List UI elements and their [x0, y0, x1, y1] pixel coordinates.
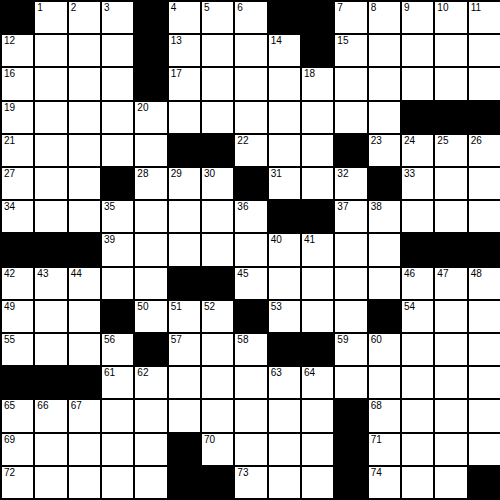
- letter-cell[interactable]: 23: [369, 135, 400, 166]
- letter-cell[interactable]: [435, 400, 466, 431]
- clue-number: 40: [271, 234, 282, 245]
- letter-cell[interactable]: 74: [369, 467, 400, 498]
- clue-number: 1: [37, 2, 43, 13]
- letter-cell[interactable]: [202, 234, 233, 265]
- letter-cell[interactable]: [35, 301, 66, 332]
- blocked-cell: [235, 168, 266, 199]
- clue-number: 60: [371, 334, 382, 345]
- letter-cell[interactable]: 8: [369, 2, 400, 33]
- letter-cell[interactable]: [235, 400, 266, 431]
- letter-cell[interactable]: [369, 234, 400, 265]
- blocked-cell: [135, 35, 166, 66]
- clue-number: 13: [171, 35, 182, 46]
- blocked-cell: [435, 102, 466, 133]
- letter-cell[interactable]: 35: [102, 201, 133, 232]
- letter-cell[interactable]: 27: [2, 168, 33, 199]
- letter-cell[interactable]: [369, 35, 400, 66]
- clue-number: 49: [4, 301, 15, 312]
- letter-cell[interactable]: [235, 35, 266, 66]
- letter-cell[interactable]: [402, 434, 433, 465]
- letter-cell[interactable]: [269, 68, 300, 99]
- clue-number: 38: [371, 201, 382, 212]
- letter-cell[interactable]: [469, 68, 500, 99]
- clue-number: 48: [471, 268, 482, 279]
- clue-number: 70: [204, 434, 215, 445]
- letter-cell[interactable]: 33: [402, 168, 433, 199]
- letter-cell[interactable]: 44: [69, 268, 100, 299]
- letter-cell[interactable]: [335, 234, 366, 265]
- letter-cell[interactable]: 63: [269, 367, 300, 398]
- blocked-cell: [202, 268, 233, 299]
- blocked-cell: [69, 234, 100, 265]
- letter-cell[interactable]: [402, 35, 433, 66]
- letter-cell[interactable]: [335, 68, 366, 99]
- letter-cell[interactable]: 4: [169, 2, 200, 33]
- blocked-cell: [2, 367, 33, 398]
- letter-cell[interactable]: [235, 234, 266, 265]
- clue-number: 37: [337, 201, 348, 212]
- letter-cell[interactable]: [269, 434, 300, 465]
- blocked-cell: [302, 2, 333, 33]
- letter-cell[interactable]: 73: [235, 467, 266, 498]
- letter-cell[interactable]: [69, 301, 100, 332]
- clue-number: 34: [4, 201, 15, 212]
- clue-number: 27: [4, 168, 15, 179]
- letter-cell[interactable]: [302, 168, 333, 199]
- letter-cell[interactable]: [202, 367, 233, 398]
- letter-cell[interactable]: [469, 201, 500, 232]
- clue-number: 32: [337, 168, 348, 179]
- letter-cell[interactable]: [202, 201, 233, 232]
- clue-number: 63: [271, 367, 282, 378]
- clue-number: 59: [337, 334, 348, 345]
- letter-cell[interactable]: [435, 201, 466, 232]
- letter-cell[interactable]: 40: [269, 234, 300, 265]
- letter-cell[interactable]: 32: [335, 168, 366, 199]
- blocked-cell: [302, 334, 333, 365]
- letter-cell[interactable]: [135, 135, 166, 166]
- letter-cell[interactable]: [69, 102, 100, 133]
- clue-number: 16: [4, 68, 15, 79]
- clue-number: 7: [337, 2, 343, 13]
- letter-cell[interactable]: [235, 434, 266, 465]
- letter-cell[interactable]: [35, 201, 66, 232]
- letter-cell[interactable]: [135, 467, 166, 498]
- letter-cell[interactable]: 5: [202, 2, 233, 33]
- blocked-cell: [2, 234, 33, 265]
- letter-cell[interactable]: [35, 102, 66, 133]
- letter-cell[interactable]: 30: [202, 168, 233, 199]
- letter-cell[interactable]: [135, 201, 166, 232]
- clue-number: 12: [4, 35, 15, 46]
- letter-cell[interactable]: [35, 434, 66, 465]
- letter-cell[interactable]: [102, 268, 133, 299]
- letter-cell[interactable]: 64: [302, 367, 333, 398]
- letter-cell[interactable]: [402, 201, 433, 232]
- clue-number: 23: [371, 135, 382, 146]
- letter-cell[interactable]: [135, 434, 166, 465]
- blocked-cell: [302, 35, 333, 66]
- letter-cell[interactable]: 56: [102, 334, 133, 365]
- blocked-cell: [2, 2, 33, 33]
- clue-number: 47: [437, 268, 448, 279]
- letter-cell[interactable]: [469, 434, 500, 465]
- letter-cell[interactable]: [69, 35, 100, 66]
- clue-number: 42: [4, 268, 15, 279]
- letter-cell[interactable]: 17: [169, 68, 200, 99]
- clue-number: 15: [337, 35, 348, 46]
- letter-cell[interactable]: [269, 102, 300, 133]
- letter-cell[interactable]: 2: [69, 2, 100, 33]
- clue-number: 35: [104, 201, 115, 212]
- letter-cell[interactable]: [102, 135, 133, 166]
- blocked-cell: [402, 102, 433, 133]
- letter-cell[interactable]: [435, 68, 466, 99]
- letter-cell[interactable]: [435, 168, 466, 199]
- letter-cell[interactable]: [302, 467, 333, 498]
- blocked-cell: [202, 135, 233, 166]
- letter-cell[interactable]: 65: [2, 400, 33, 431]
- blocked-cell: [335, 400, 366, 431]
- letter-cell[interactable]: [169, 201, 200, 232]
- letter-cell[interactable]: 6: [235, 2, 266, 33]
- clue-number: 57: [171, 334, 182, 345]
- letter-cell[interactable]: [369, 367, 400, 398]
- letter-cell[interactable]: 62: [135, 367, 166, 398]
- letter-cell[interactable]: 14: [269, 35, 300, 66]
- clue-number: 21: [4, 135, 15, 146]
- letter-cell[interactable]: [102, 434, 133, 465]
- blocked-cell: [469, 102, 500, 133]
- letter-cell[interactable]: [169, 367, 200, 398]
- letter-cell[interactable]: 29: [169, 168, 200, 199]
- letter-cell[interactable]: [269, 135, 300, 166]
- blocked-cell: [269, 334, 300, 365]
- letter-cell[interactable]: 13: [169, 35, 200, 66]
- letter-cell[interactable]: 9: [402, 2, 433, 33]
- clue-number: 67: [71, 400, 82, 411]
- letter-cell[interactable]: 58: [235, 334, 266, 365]
- letter-cell[interactable]: 59: [335, 334, 366, 365]
- blocked-cell: [135, 334, 166, 365]
- letter-cell[interactable]: [135, 234, 166, 265]
- letter-cell[interactable]: [469, 35, 500, 66]
- blocked-cell: [469, 467, 500, 498]
- clue-number: 65: [4, 400, 15, 411]
- blocked-cell: [135, 68, 166, 99]
- clue-number: 54: [404, 301, 415, 312]
- letter-cell[interactable]: 39: [102, 234, 133, 265]
- letter-cell[interactable]: [35, 168, 66, 199]
- clue-number: 55: [4, 334, 15, 345]
- letter-cell[interactable]: [469, 367, 500, 398]
- letter-cell[interactable]: 28: [135, 168, 166, 199]
- blocked-cell: [169, 434, 200, 465]
- letter-cell[interactable]: 1: [35, 2, 66, 33]
- letter-cell[interactable]: [169, 234, 200, 265]
- letter-cell[interactable]: [269, 400, 300, 431]
- blocked-cell: [102, 168, 133, 199]
- letter-cell[interactable]: [69, 201, 100, 232]
- letter-cell[interactable]: 53: [269, 301, 300, 332]
- letter-cell[interactable]: [435, 434, 466, 465]
- letter-cell[interactable]: [102, 467, 133, 498]
- letter-cell[interactable]: 46: [402, 268, 433, 299]
- clue-number: 25: [437, 135, 448, 146]
- letter-cell[interactable]: [335, 367, 366, 398]
- clue-number: 5: [204, 2, 210, 13]
- letter-cell[interactable]: 25: [435, 135, 466, 166]
- letter-cell[interactable]: [69, 68, 100, 99]
- clue-number: 61: [104, 367, 115, 378]
- blocked-cell: [435, 234, 466, 265]
- clue-number: 4: [171, 2, 177, 13]
- clue-number: 64: [304, 367, 315, 378]
- clue-number: 3: [104, 2, 110, 13]
- letter-cell[interactable]: 52: [202, 301, 233, 332]
- letter-cell[interactable]: 43: [35, 268, 66, 299]
- letter-cell[interactable]: 71: [369, 434, 400, 465]
- letter-cell[interactable]: [469, 168, 500, 199]
- blocked-cell: [169, 135, 200, 166]
- letter-cell[interactable]: [202, 334, 233, 365]
- clue-number: 8: [371, 2, 377, 13]
- clue-number: 10: [437, 2, 448, 13]
- clue-number: 30: [204, 168, 215, 179]
- letter-cell[interactable]: [269, 268, 300, 299]
- letter-cell[interactable]: [402, 400, 433, 431]
- letter-cell[interactable]: 12: [2, 35, 33, 66]
- letter-cell[interactable]: [435, 467, 466, 498]
- blocked-cell: [369, 301, 400, 332]
- letter-cell[interactable]: [69, 135, 100, 166]
- letter-cell[interactable]: 26: [469, 135, 500, 166]
- blocked-cell: [169, 268, 200, 299]
- letter-cell[interactable]: 3: [102, 2, 133, 33]
- clue-number: 62: [137, 367, 148, 378]
- blocked-cell: [335, 434, 366, 465]
- letter-cell[interactable]: 10: [435, 2, 466, 33]
- letter-cell[interactable]: [435, 334, 466, 365]
- clue-number: 2: [71, 2, 77, 13]
- letter-cell[interactable]: [135, 400, 166, 431]
- letter-cell[interactable]: [302, 102, 333, 133]
- clue-number: 36: [237, 201, 248, 212]
- letter-cell[interactable]: [302, 434, 333, 465]
- letter-cell[interactable]: [102, 400, 133, 431]
- clue-number: 45: [237, 268, 248, 279]
- clue-number: 6: [237, 2, 243, 13]
- clue-number: 20: [137, 102, 148, 113]
- letter-cell[interactable]: 67: [69, 400, 100, 431]
- clue-number: 22: [237, 135, 248, 146]
- blocked-cell: [335, 135, 366, 166]
- letter-cell[interactable]: 18: [302, 68, 333, 99]
- letter-cell[interactable]: [169, 400, 200, 431]
- letter-cell[interactable]: 48: [469, 268, 500, 299]
- letter-cell[interactable]: 68: [369, 400, 400, 431]
- clue-number: 66: [37, 400, 48, 411]
- clue-number: 28: [137, 168, 148, 179]
- letter-cell[interactable]: [169, 102, 200, 133]
- letter-cell[interactable]: [202, 102, 233, 133]
- letter-cell[interactable]: [402, 68, 433, 99]
- letter-cell[interactable]: 22: [235, 135, 266, 166]
- letter-cell[interactable]: [369, 68, 400, 99]
- blocked-cell: [169, 467, 200, 498]
- letter-cell[interactable]: [369, 268, 400, 299]
- letter-cell[interactable]: 37: [335, 201, 366, 232]
- blocked-cell: [335, 467, 366, 498]
- letter-cell[interactable]: [435, 301, 466, 332]
- blocked-cell: [102, 301, 133, 332]
- clue-number: 58: [237, 334, 248, 345]
- crossword-board: 1234567891011121314151617181920212223242…: [0, 0, 500, 500]
- letter-cell[interactable]: 41: [302, 234, 333, 265]
- clue-number: 44: [71, 268, 82, 279]
- clue-number: 41: [304, 234, 315, 245]
- clue-number: 39: [104, 234, 115, 245]
- clue-number: 69: [4, 434, 15, 445]
- blocked-cell: [135, 2, 166, 33]
- letter-cell[interactable]: 36: [235, 201, 266, 232]
- letter-cell[interactable]: [235, 68, 266, 99]
- clue-number: 14: [271, 35, 282, 46]
- letter-cell[interactable]: 7: [335, 2, 366, 33]
- blocked-cell: [269, 201, 300, 232]
- blocked-cell: [369, 168, 400, 199]
- clue-number: 11: [471, 2, 481, 13]
- blocked-cell: [35, 234, 66, 265]
- letter-cell[interactable]: 57: [169, 334, 200, 365]
- letter-cell[interactable]: [35, 135, 66, 166]
- blocked-cell: [269, 2, 300, 33]
- clue-number: 31: [271, 168, 282, 179]
- letter-cell[interactable]: 70: [202, 434, 233, 465]
- letter-cell[interactable]: [269, 467, 300, 498]
- clue-number: 72: [4, 467, 15, 478]
- letter-cell[interactable]: [35, 35, 66, 66]
- letter-cell[interactable]: 21: [2, 135, 33, 166]
- letter-cell[interactable]: [369, 102, 400, 133]
- letter-cell[interactable]: [69, 467, 100, 498]
- letter-cell[interactable]: [35, 68, 66, 99]
- letter-cell[interactable]: 24: [402, 135, 433, 166]
- letter-cell[interactable]: [35, 334, 66, 365]
- clue-number: 24: [404, 135, 415, 146]
- letter-cell[interactable]: [69, 168, 100, 199]
- blocked-cell: [35, 367, 66, 398]
- letter-cell[interactable]: 50: [135, 301, 166, 332]
- blocked-cell: [469, 234, 500, 265]
- letter-cell[interactable]: [469, 400, 500, 431]
- letter-cell[interactable]: [202, 400, 233, 431]
- clue-number: 9: [404, 2, 410, 13]
- letter-cell[interactable]: [469, 301, 500, 332]
- letter-cell[interactable]: 55: [2, 334, 33, 365]
- blocked-cell: [202, 467, 233, 498]
- letter-cell[interactable]: [235, 102, 266, 133]
- letter-cell[interactable]: 45: [235, 268, 266, 299]
- letter-cell[interactable]: 20: [135, 102, 166, 133]
- letter-cell[interactable]: 47: [435, 268, 466, 299]
- letter-cell[interactable]: 49: [2, 301, 33, 332]
- letter-cell[interactable]: [402, 467, 433, 498]
- letter-cell[interactable]: 72: [2, 467, 33, 498]
- letter-cell[interactable]: [235, 367, 266, 398]
- clue-number: 19: [4, 102, 15, 113]
- blocked-cell: [302, 201, 333, 232]
- letter-cell[interactable]: [335, 268, 366, 299]
- letter-cell[interactable]: [102, 35, 133, 66]
- letter-cell[interactable]: 16: [2, 68, 33, 99]
- letter-cell[interactable]: [202, 35, 233, 66]
- letter-cell[interactable]: 15: [335, 35, 366, 66]
- clue-number: 18: [304, 68, 315, 79]
- letter-cell[interactable]: [35, 467, 66, 498]
- clue-number: 52: [204, 301, 215, 312]
- letter-cell[interactable]: 54: [402, 301, 433, 332]
- letter-cell[interactable]: [402, 334, 433, 365]
- letter-cell[interactable]: [135, 268, 166, 299]
- letter-cell[interactable]: 11: [469, 2, 500, 33]
- letter-cell[interactable]: 42: [2, 268, 33, 299]
- clue-number: 26: [471, 135, 482, 146]
- clue-number: 29: [171, 168, 182, 179]
- letter-cell[interactable]: [435, 367, 466, 398]
- letter-cell[interactable]: [102, 68, 133, 99]
- clue-number: 46: [404, 268, 415, 279]
- clue-number: 71: [371, 434, 382, 445]
- letter-cell[interactable]: 51: [169, 301, 200, 332]
- letter-cell[interactable]: [302, 135, 333, 166]
- letter-cell[interactable]: [302, 400, 333, 431]
- letter-cell[interactable]: [335, 301, 366, 332]
- clue-number: 43: [37, 268, 48, 279]
- blocked-cell: [235, 301, 266, 332]
- clue-number: 53: [271, 301, 282, 312]
- clue-number: 73: [237, 467, 248, 478]
- letter-cell[interactable]: [69, 434, 100, 465]
- letter-cell[interactable]: 38: [369, 201, 400, 232]
- letter-cell[interactable]: 34: [2, 201, 33, 232]
- letter-cell[interactable]: 69: [2, 434, 33, 465]
- letter-cell[interactable]: 19: [2, 102, 33, 133]
- letter-cell[interactable]: [302, 268, 333, 299]
- letter-cell[interactable]: 61: [102, 367, 133, 398]
- blocked-cell: [402, 234, 433, 265]
- letter-cell[interactable]: [69, 334, 100, 365]
- clue-number: 51: [171, 301, 182, 312]
- clue-number: 74: [371, 467, 382, 478]
- blocked-cell: [69, 367, 100, 398]
- clue-number: 17: [171, 68, 182, 79]
- letter-cell[interactable]: 31: [269, 168, 300, 199]
- letter-cell[interactable]: [402, 367, 433, 398]
- letter-cell[interactable]: [102, 102, 133, 133]
- clue-number: 56: [104, 334, 115, 345]
- clue-number: 33: [404, 168, 415, 179]
- letter-cell[interactable]: [435, 35, 466, 66]
- letter-cell[interactable]: [469, 334, 500, 365]
- letter-cell[interactable]: [335, 102, 366, 133]
- letter-cell[interactable]: 66: [35, 400, 66, 431]
- letter-cell[interactable]: [202, 68, 233, 99]
- clue-number: 50: [137, 301, 148, 312]
- letter-cell[interactable]: 60: [369, 334, 400, 365]
- clue-number: 68: [371, 400, 382, 411]
- letter-cell[interactable]: [302, 301, 333, 332]
